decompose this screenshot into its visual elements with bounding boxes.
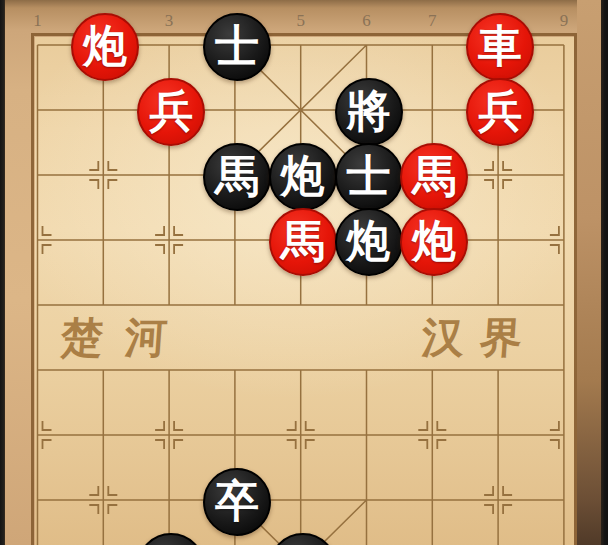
red-cannon[interactable]: 炮 — [400, 208, 468, 276]
piece-character: 馬 — [412, 147, 456, 207]
black-cannon[interactable]: 炮 — [269, 143, 337, 211]
screen-right-edge — [601, 0, 608, 545]
piece-character: 士 — [215, 17, 259, 77]
piece-character: 兵 — [478, 82, 522, 142]
red-horse[interactable]: 馬 — [400, 143, 468, 211]
file-label-9: 9 — [549, 11, 579, 31]
piece-character: 炮 — [83, 17, 127, 77]
file-label-7: 7 — [417, 11, 447, 31]
piece-character: 士 — [347, 147, 391, 207]
red-soldier[interactable]: 兵 — [137, 78, 205, 146]
xiangqi-board: 123456789 楚河 汉界 炮士車兵將兵馬炮士馬馬炮炮卒 — [0, 0, 608, 545]
screen-left-edge — [0, 0, 5, 545]
piece-character: 卒 — [215, 472, 259, 532]
black-advisor[interactable]: 士 — [203, 13, 271, 81]
piece-character: 馬 — [215, 147, 259, 207]
black-cannon[interactable]: 炮 — [335, 208, 403, 276]
piece-character: 車 — [478, 17, 522, 77]
piece-character: 炮 — [281, 147, 325, 207]
river-label-left: 楚河 — [48, 314, 201, 364]
red-soldier[interactable]: 兵 — [466, 78, 534, 146]
black-general[interactable]: 將 — [335, 78, 403, 146]
river-label-right: 汉界 — [398, 314, 561, 364]
board-right-margin — [577, 0, 601, 545]
black-soldier[interactable]: 卒 — [203, 468, 271, 536]
piece-character: 兵 — [149, 82, 193, 142]
black-horse[interactable]: 馬 — [203, 143, 271, 211]
red-horse[interactable]: 馬 — [269, 208, 337, 276]
red-chariot[interactable]: 車 — [466, 13, 534, 81]
piece-character: 馬 — [281, 212, 325, 272]
file-label-6: 6 — [352, 11, 382, 31]
piece-character: 炮 — [347, 212, 391, 272]
file-label-1: 1 — [23, 11, 53, 31]
red-cannon[interactable]: 炮 — [71, 13, 139, 81]
file-label-5: 5 — [286, 11, 316, 31]
black-advisor[interactable]: 士 — [335, 143, 403, 211]
piece-character: 將 — [347, 82, 391, 142]
file-label-3: 3 — [154, 11, 184, 31]
piece-character: 炮 — [412, 212, 456, 272]
